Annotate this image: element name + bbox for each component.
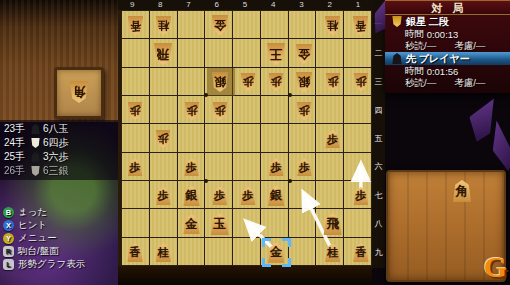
- board-square-2-6[interactable]: [316, 153, 343, 180]
- board-bottom-edge: [118, 266, 372, 285]
- file-label: 4: [259, 0, 287, 10]
- board-square-9-3[interactable]: [122, 68, 149, 95]
- board-square-7-3[interactable]: [178, 68, 205, 95]
- file-label: 7: [174, 0, 202, 10]
- move-list-row: 25手3六歩: [4, 150, 118, 164]
- board-square-9-8[interactable]: [122, 209, 149, 236]
- board-square-5-6[interactable]: [233, 153, 260, 180]
- file-label: 3: [287, 0, 315, 10]
- sente-player-row: 先 プレイヤー: [385, 52, 510, 65]
- y-button-icon: Y: [3, 233, 14, 244]
- board-square-1-4[interactable]: [344, 96, 371, 123]
- move-number: 25手: [4, 150, 30, 164]
- board-square-9-2[interactable]: [122, 39, 149, 66]
- hint-label: ヒント: [18, 219, 47, 232]
- selection-cursor: [262, 238, 291, 267]
- hint-label: 形勢グラフ表示: [18, 258, 85, 271]
- board-square-2-2[interactable]: [316, 39, 343, 66]
- board-square-2-7[interactable]: [316, 181, 343, 208]
- gote-komadai-tray: 角: [54, 67, 104, 119]
- board-square-3-8[interactable]: [289, 209, 316, 236]
- b-button-icon: B: [3, 207, 14, 218]
- gote-hand-piece-角: 角: [69, 81, 89, 103]
- rank-coordinate-labels: 一二三四五六七八九: [372, 0, 385, 268]
- board-square-5-5[interactable]: [233, 124, 260, 151]
- board-square-5-8[interactable]: [233, 209, 260, 236]
- hint-x-button[interactable]: Xヒント: [3, 219, 118, 232]
- move-list-panel: 23手6八玉24手6四歩25手3六歩26手6三銀: [0, 120, 118, 180]
- move-text: 6三銀: [43, 164, 69, 178]
- board-square-3-1[interactable]: [289, 11, 316, 38]
- move-text: 6八玉: [43, 122, 69, 136]
- byoyomi-label: 秒読/—: [405, 77, 436, 90]
- board-square-9-7[interactable]: [122, 181, 149, 208]
- rank-label: 六: [372, 161, 385, 172]
- board-square-8-8[interactable]: [150, 209, 177, 236]
- rank-label: 三: [372, 76, 385, 87]
- hint-b-button[interactable]: Bまった: [3, 206, 118, 219]
- match-panel-title: 対局: [385, 0, 510, 15]
- board-square-6-5[interactable]: [205, 124, 232, 151]
- controller-hints: BまったXヒントYメニューR駒台/盤面L形勢グラフ表示: [3, 206, 118, 271]
- board-square-5-1[interactable]: [233, 11, 260, 38]
- hint-label: 駒台/盤面: [18, 245, 59, 258]
- hint-y-button[interactable]: Yメニュー: [3, 232, 118, 245]
- gamer-logo: G: [484, 250, 507, 284]
- board-square-5-2[interactable]: [233, 39, 260, 66]
- gote-byoyomi-row: 秒読/— 考慮/—: [385, 40, 510, 52]
- board-square-7-9[interactable]: [178, 238, 205, 265]
- x-button-icon: X: [3, 220, 14, 231]
- sente-badge: 先: [406, 52, 416, 66]
- sente-time-row: 時間 0:01:56: [385, 65, 510, 77]
- board-square-4-5[interactable]: [261, 124, 288, 151]
- rank-label: 九: [372, 247, 385, 258]
- file-label: 2: [316, 0, 344, 10]
- sente-piece-icon: [392, 53, 402, 64]
- consider-label: 考慮/—: [454, 77, 485, 90]
- move-number: 23手: [4, 122, 30, 136]
- move-number: 24手: [4, 136, 30, 150]
- move-text: 6四歩: [43, 136, 69, 150]
- rank-label: 七: [372, 190, 385, 201]
- board-square-6-9[interactable]: [205, 238, 232, 265]
- board-square-7-2[interactable]: [178, 39, 205, 66]
- move-list-row: 24手6四歩: [4, 136, 118, 150]
- hint-label: メニュー: [18, 232, 57, 245]
- r-button-icon: R: [3, 246, 14, 257]
- rank-label: 八: [372, 218, 385, 229]
- file-label: 6: [203, 0, 231, 10]
- star-point: [204, 179, 208, 183]
- gote-move-icon: [31, 166, 40, 176]
- gote-time-value: 0:00:13: [427, 29, 459, 40]
- board-square-9-5[interactable]: [122, 124, 149, 151]
- sente-move-icon: [31, 124, 40, 134]
- board-square-8-4[interactable]: [150, 96, 177, 123]
- board-square-5-9[interactable]: [233, 238, 260, 265]
- board-square-8-6[interactable]: [150, 153, 177, 180]
- board-square-5-4[interactable]: [233, 96, 260, 123]
- l-button-icon: L: [3, 259, 14, 270]
- board-square-1-2[interactable]: [344, 39, 371, 66]
- file-label: 1: [344, 0, 372, 10]
- gote-player-name: 銀星 二段: [406, 15, 449, 29]
- file-coordinate-labels: 987654321: [118, 0, 372, 10]
- sente-hand-piece-角[interactable]: 角: [452, 180, 472, 202]
- move-number: 26手: [4, 164, 30, 178]
- shogi-board[interactable]: 香桂金桂香飛王金銀歩歩銀歩歩歩歩歩歩歩歩歩歩歩歩歩銀歩歩銀歩金玉飛香桂金桂香: [118, 10, 372, 266]
- file-label: 9: [118, 0, 146, 10]
- board-square-4-4[interactable]: [261, 96, 288, 123]
- rank-label: 五: [372, 133, 385, 144]
- sente-move-icon: [31, 152, 40, 162]
- board-square-6-6[interactable]: [205, 153, 232, 180]
- board-square-8-3[interactable]: [150, 68, 177, 95]
- rank-label: 二: [372, 48, 385, 59]
- match-info-panel: 対局 銀星 二段 時間 0:00:13 秒読/— 考慮/— 先 プレイヤー 時間…: [385, 0, 510, 93]
- file-label: 5: [231, 0, 259, 10]
- board-square-3-5[interactable]: [289, 124, 316, 151]
- board-square-4-1[interactable]: [261, 11, 288, 38]
- gote-player-row: 銀星 二段: [385, 15, 510, 28]
- board-square-1-5[interactable]: [344, 124, 371, 151]
- hint-r-button[interactable]: R駒台/盤面: [3, 245, 118, 258]
- board-square-1-8[interactable]: [344, 209, 371, 236]
- sente-byoyomi-row: 秒読/— 考慮/—: [385, 77, 510, 89]
- move-list-row: 26手6三銀: [4, 164, 118, 178]
- sente-time-value: 0:01:56: [427, 66, 459, 77]
- board-square-2-4[interactable]: [316, 96, 343, 123]
- board-square-3-7[interactable]: [289, 181, 316, 208]
- rank-label: 四: [372, 105, 385, 116]
- gote-piece-icon: [392, 16, 402, 27]
- hint-label: まった: [18, 206, 47, 219]
- board-square-4-8[interactable]: [261, 209, 288, 236]
- move-list-row: 23手6八玉: [4, 122, 118, 136]
- gote-time-row: 時間 0:00:13: [385, 28, 510, 40]
- board-square-3-9[interactable]: [289, 238, 316, 265]
- gote-move-icon: [31, 138, 40, 148]
- file-label: 8: [146, 0, 174, 10]
- board-square-6-2[interactable]: [205, 39, 232, 66]
- move-text: 3六歩: [43, 150, 69, 164]
- board-square-1-6[interactable]: [344, 153, 371, 180]
- board-square-7-5[interactable]: [178, 124, 205, 151]
- board-square-7-1[interactable]: [178, 11, 205, 38]
- hint-l-button[interactable]: L形勢グラフ表示: [3, 258, 118, 271]
- sente-player-name: プレイヤー: [419, 52, 470, 66]
- shogi-game-screen: 角 23手6八玉24手6四歩25手3六歩26手6三銀 BまったXヒントYメニュー…: [0, 0, 510, 285]
